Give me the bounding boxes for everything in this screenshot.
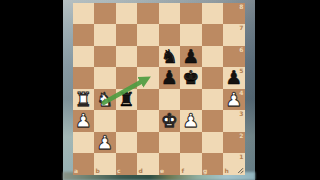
rank-label-1: 1 (239, 154, 243, 160)
square-c7[interactable] (116, 24, 138, 46)
square-c3[interactable] (116, 110, 138, 132)
piece-white-pawn-b2[interactable]: ♟ (94, 132, 116, 154)
square-c5[interactable] (116, 67, 138, 89)
square-b2[interactable]: ♟ (94, 132, 116, 154)
square-b3[interactable] (94, 110, 116, 132)
square-h1[interactable]: 1h (223, 153, 245, 175)
piece-black-rook-c4[interactable]: ♜ (116, 89, 138, 111)
rank-label-8: 8 (239, 4, 243, 10)
square-h7[interactable]: 7 (223, 24, 245, 46)
rank-label-5: 5 (239, 68, 243, 74)
square-c4[interactable]: ♜ (116, 89, 138, 111)
square-b6[interactable] (94, 46, 116, 68)
piece-black-knight-e6[interactable]: ♞ (159, 46, 181, 68)
square-b8[interactable] (94, 3, 116, 25)
square-g4[interactable] (202, 89, 224, 111)
square-h3[interactable]: 3 (223, 110, 245, 132)
square-e1[interactable]: e (159, 153, 181, 175)
square-d1[interactable]: d (137, 153, 159, 175)
square-b7[interactable] (94, 24, 116, 46)
rank-label-6: 6 (239, 47, 243, 53)
square-h5[interactable]: ♟5 (223, 67, 245, 89)
square-h6[interactable]: 6 (223, 46, 245, 68)
square-a5[interactable] (73, 67, 95, 89)
square-c6[interactable] (116, 46, 138, 68)
square-e6[interactable]: ♞ (159, 46, 181, 68)
file-label-b: b (96, 168, 100, 174)
square-d8[interactable] (137, 3, 159, 25)
rank-label-4: 4 (239, 90, 243, 96)
chess-board[interactable]: 87♞♟6♟♚♟5♜♞♜♟4♟♚♟3♟2abcdefg1h (73, 3, 245, 175)
square-g8[interactable] (202, 3, 224, 25)
square-f4[interactable] (180, 89, 202, 111)
square-a7[interactable] (73, 24, 95, 46)
piece-white-knight-b4[interactable]: ♞ (94, 89, 116, 111)
rank-label-7: 7 (239, 25, 243, 31)
square-a6[interactable] (73, 46, 95, 68)
square-a3[interactable]: ♟ (73, 110, 95, 132)
square-e8[interactable] (159, 3, 181, 25)
square-h4[interactable]: ♟4 (223, 89, 245, 111)
square-e7[interactable] (159, 24, 181, 46)
video-frame: 87♞♟6♟♚♟5♜♞♜♟4♟♚♟3♟2abcdefg1h (0, 0, 320, 180)
file-label-a: a (74, 168, 78, 174)
square-e2[interactable] (159, 132, 181, 154)
square-f7[interactable] (180, 24, 202, 46)
square-d4[interactable] (137, 89, 159, 111)
square-h8[interactable]: 8 (223, 3, 245, 25)
square-c2[interactable] (116, 132, 138, 154)
square-f5[interactable]: ♚ (180, 67, 202, 89)
square-d3[interactable] (137, 110, 159, 132)
square-e5[interactable]: ♟ (159, 67, 181, 89)
piece-white-pawn-f3[interactable]: ♟ (180, 110, 202, 132)
square-f1[interactable]: f (180, 153, 202, 175)
square-a1[interactable]: a (73, 153, 95, 175)
square-d2[interactable] (137, 132, 159, 154)
square-g1[interactable]: g (202, 153, 224, 175)
square-g5[interactable] (202, 67, 224, 89)
square-h2[interactable]: 2 (223, 132, 245, 154)
piece-black-king-f5[interactable]: ♚ (180, 67, 202, 89)
file-label-h: h (225, 168, 229, 174)
piece-white-pawn-a3[interactable]: ♟ (73, 110, 95, 132)
square-b5[interactable] (94, 67, 116, 89)
square-a4[interactable]: ♜ (73, 89, 95, 111)
letterbox-left (0, 0, 63, 180)
square-f6[interactable]: ♟ (180, 46, 202, 68)
square-e3[interactable]: ♚ (159, 110, 181, 132)
square-d6[interactable] (137, 46, 159, 68)
square-f8[interactable] (180, 3, 202, 25)
square-d7[interactable] (137, 24, 159, 46)
square-g7[interactable] (202, 24, 224, 46)
file-label-c: c (117, 168, 121, 174)
resize-handle-icon[interactable] (237, 167, 244, 174)
file-label-f: f (182, 168, 185, 174)
letterbox-right (255, 0, 320, 180)
file-label-g: g (203, 168, 207, 174)
square-f2[interactable] (180, 132, 202, 154)
square-g3[interactable] (202, 110, 224, 132)
rank-label-3: 3 (239, 111, 243, 117)
square-c1[interactable]: c (116, 153, 138, 175)
square-g2[interactable] (202, 132, 224, 154)
rank-label-2: 2 (239, 133, 243, 139)
square-e4[interactable] (159, 89, 181, 111)
square-b4[interactable]: ♞ (94, 89, 116, 111)
square-c8[interactable] (116, 3, 138, 25)
square-b1[interactable]: b (94, 153, 116, 175)
piece-black-pawn-f6[interactable]: ♟ (180, 46, 202, 68)
piece-white-king-e3[interactable]: ♚ (159, 110, 181, 132)
piece-white-rook-a4[interactable]: ♜ (73, 89, 95, 111)
file-label-d: d (139, 168, 143, 174)
square-a8[interactable] (73, 3, 95, 25)
piece-black-pawn-e5[interactable]: ♟ (159, 67, 181, 89)
square-d5[interactable] (137, 67, 159, 89)
square-g6[interactable] (202, 46, 224, 68)
square-f3[interactable]: ♟ (180, 110, 202, 132)
square-a2[interactable] (73, 132, 95, 154)
file-label-e: e (160, 168, 164, 174)
